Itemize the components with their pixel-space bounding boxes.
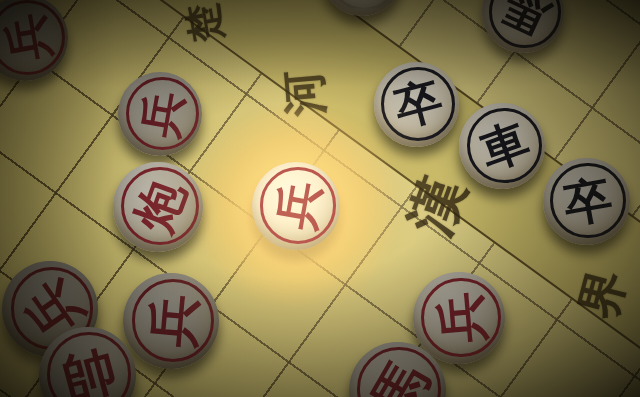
piece-black-soldier[interactable]: 卒 — [374, 62, 459, 147]
piece-red-cannon[interactable]: 炮 — [113, 162, 203, 252]
piece-face: 帥 — [47, 332, 131, 397]
piece-face: 兵 — [132, 279, 215, 362]
piece-red-soldier[interactable]: 兵 — [123, 273, 219, 369]
piece-character-帥: 帥 — [57, 342, 122, 397]
piece-character-卒: 卒 — [389, 75, 447, 133]
piece-face: 兵 — [126, 77, 199, 150]
piece-face: 兵 — [0, 0, 65, 75]
piece-character-馬: 馬 — [495, 0, 555, 42]
piece-black-chariot[interactable]: 車 — [459, 103, 545, 189]
piece-face: 炮 — [121, 167, 199, 245]
piece-red-soldier[interactable]: 兵 — [413, 272, 505, 364]
xiangqi-photo-scene: 楚河漢界 兵兵炮兵兵兵帥兵馬卒車卒馬 — [0, 0, 640, 397]
piece-face: 車 — [467, 108, 542, 183]
piece-character-兵: 兵 — [433, 290, 488, 345]
piece-face: 馬 — [489, 0, 561, 48]
piece-character-兵: 兵 — [0, 10, 54, 64]
piece-character-兵: 兵 — [270, 178, 326, 234]
piece-character-炮: 炮 — [128, 174, 192, 238]
piece-character-兵: 兵 — [135, 87, 188, 140]
piece-red-soldier[interactable]: 兵 — [118, 72, 202, 156]
piece-character-卒: 卒 — [560, 173, 616, 229]
piece-red-soldier[interactable]: 兵 — [252, 162, 340, 250]
piece-face: 卒 — [381, 67, 455, 141]
piece-character-車: 車 — [474, 115, 534, 175]
piece-character-馬: 馬 — [363, 353, 435, 397]
piece-black-soldier[interactable]: 卒 — [543, 158, 630, 245]
piece-character-兵: 兵 — [144, 291, 201, 348]
piece-face: 馬 — [357, 347, 441, 397]
piece-face: 兵 — [260, 167, 336, 243]
piece-face: 兵 — [421, 278, 501, 358]
piece-face: 卒 — [550, 163, 626, 239]
